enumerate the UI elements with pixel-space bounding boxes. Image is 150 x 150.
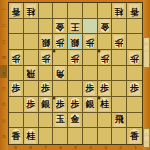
board-cell-6c[interactable]: 歩 (53, 34, 68, 50)
board-cell-4a[interactable] (83, 3, 98, 19)
board-cell-8d[interactable] (24, 50, 39, 66)
shogi-piece-gote-7d[interactable]: 歩 (40, 51, 52, 65)
board-cell-4i[interactable] (83, 128, 98, 144)
board-cell-5e[interactable] (68, 66, 83, 82)
shogi-piece-sente-3f[interactable]: 歩 (99, 82, 111, 96)
board-cell-6d[interactable] (53, 50, 68, 66)
shogi-piece-sente-7f[interactable]: 歩 (40, 82, 52, 96)
board-cell-7d[interactable]: 歩 (39, 50, 54, 66)
board-cell-3f[interactable]: 歩 (98, 81, 113, 97)
board-cell-2g[interactable] (112, 97, 127, 113)
board-cell-5f[interactable] (68, 81, 83, 97)
gote-komadai[interactable] (143, 37, 150, 68)
hand-piece[interactable] (144, 137, 149, 143)
rank-label: 一 (0, 2, 8, 18)
shogi-piece-sente-5h[interactable]: 金 (69, 113, 81, 127)
rank-label: 八 (0, 113, 8, 129)
board-cell-8a[interactable]: 桂 (24, 3, 39, 19)
hoshi-dot (53, 97, 56, 100)
board-cell-9d[interactable]: 歩 (9, 50, 24, 66)
board-cell-6b[interactable]: 金 (53, 19, 68, 35)
shogi-piece-sente-5g[interactable]: 歩 (69, 98, 81, 112)
shogi-piece-gote-6e[interactable]: 角 (54, 66, 66, 80)
board-cell-6g[interactable]: 歩 (53, 97, 68, 113)
file-label: 7 (38, 145, 53, 150)
board-cell-6f[interactable] (53, 81, 68, 97)
file-label: 2 (113, 145, 128, 150)
shogi-piece-gote-3d[interactable]: 歩 (99, 51, 111, 65)
shogi-piece-gote-1a[interactable]: 香 (128, 4, 141, 18)
shogi-piece-gote-8e[interactable]: 飛 (25, 66, 37, 80)
shogi-piece-sente-4g[interactable]: 銀 (84, 98, 96, 112)
board-cell-3h[interactable] (98, 113, 113, 129)
hoshi-dot (98, 49, 101, 52)
board-cell-7f[interactable]: 歩 (39, 81, 54, 97)
shogi-piece-gote-8a[interactable]: 桂 (25, 4, 37, 18)
board-cell-7c[interactable]: 銀 (39, 34, 54, 50)
board-cell-1e[interactable] (127, 66, 142, 82)
file-label: 3 (98, 145, 113, 150)
board-cell-2d[interactable] (112, 50, 127, 66)
shogi-piece-sente-1f[interactable]: 歩 (128, 82, 141, 96)
rank-label: 七 (0, 97, 8, 113)
board-cell-6h[interactable]: 玉 (53, 113, 68, 129)
shogi-piece-sente-8i[interactable]: 桂 (25, 129, 37, 144)
board-cell-7g[interactable]: 銀 (39, 97, 54, 113)
board-cell-3i[interactable] (98, 128, 113, 144)
shogi-piece-gote-3b[interactable]: 金 (99, 19, 111, 33)
shogi-piece-gote-1d[interactable]: 歩 (128, 51, 141, 65)
board-cell-5c[interactable]: 銀 (68, 34, 83, 50)
hand-piece[interactable] (144, 46, 149, 52)
shogi-piece-sente-7g[interactable]: 銀 (40, 98, 52, 112)
board-cell-7e[interactable] (39, 66, 54, 82)
board-cell-7h[interactable] (39, 113, 54, 129)
board-cell-5h[interactable]: 金 (68, 113, 83, 129)
shogi-piece-gote-2a[interactable]: 桂 (113, 4, 125, 18)
hand-piece[interactable] (144, 39, 149, 45)
shogi-piece-gote-9a[interactable]: 香 (10, 4, 22, 18)
board-cell-4g[interactable]: 銀 (83, 97, 98, 113)
shogi-piece-gote-9d[interactable]: 歩 (10, 51, 22, 65)
shogi-piece-gote-5b[interactable]: 王 (69, 19, 81, 33)
board-cell-8b[interactable] (24, 19, 39, 35)
board-cell-1d[interactable]: 歩 (127, 50, 142, 66)
shogi-board: 香桂桂香金王金銀歩銀歩歩歩歩歩歩歩飛角歩歩歩歩歩歩銀歩歩銀桂玉金飛香桂香 (8, 2, 143, 145)
board-cell-5d[interactable]: 歩 (68, 50, 83, 66)
board-cell-8h[interactable] (24, 113, 39, 129)
board-cell-3e[interactable] (98, 66, 113, 82)
board-cell-1c[interactable] (127, 34, 142, 50)
rank-label: 九 (0, 129, 8, 145)
board-cell-4e[interactable] (83, 66, 98, 82)
shogi-piece-sente-8g[interactable]: 歩 (25, 98, 37, 112)
board-cell-8e[interactable]: 飛 (24, 66, 39, 82)
board-cell-5i[interactable] (68, 128, 83, 144)
board-cell-9b[interactable] (9, 19, 24, 35)
board-cell-1a[interactable]: 香 (127, 3, 142, 19)
board-cell-3c[interactable] (98, 34, 113, 50)
sente-komadai[interactable] (143, 128, 150, 148)
board-cell-3b[interactable]: 金 (98, 19, 113, 35)
board-cell-8g[interactable]: 歩 (24, 97, 39, 113)
board-cell-3a[interactable] (98, 3, 113, 19)
board-cell-2b[interactable] (112, 19, 127, 35)
shogi-piece-sente-9f[interactable]: 歩 (10, 82, 22, 96)
board-cell-4b[interactable] (83, 19, 98, 35)
file-label: 4 (83, 145, 98, 150)
shogi-app: { "game": "shogi", "board": { "files_lab… (0, 0, 150, 150)
shogi-piece-gote-7c[interactable]: 銀 (40, 35, 52, 49)
shogi-piece-sente-3g[interactable]: 桂 (99, 98, 111, 112)
board-cell-1b[interactable] (127, 19, 142, 35)
board-cell-1g[interactable] (127, 97, 142, 113)
rank-label: 五 (0, 66, 8, 82)
board-cell-6e[interactable]: 角 (53, 66, 68, 82)
board-cell-1h[interactable] (127, 113, 142, 129)
board-cell-7i[interactable] (39, 128, 54, 144)
file-labels: 987654321 (8, 145, 143, 150)
board-cell-9c[interactable] (9, 34, 24, 50)
shogi-piece-sente-9i[interactable]: 香 (10, 129, 22, 144)
board-cell-7a[interactable] (39, 3, 54, 19)
board-cell-5g[interactable]: 歩 (68, 97, 83, 113)
shogi-piece-sente-6g[interactable]: 歩 (54, 98, 66, 112)
rank-label: 二 (0, 18, 8, 34)
board-cell-7b[interactable] (39, 19, 54, 35)
shogi-piece-gote-5d[interactable]: 歩 (69, 51, 81, 65)
board-cell-4c[interactable]: 歩 (83, 34, 98, 50)
board-cell-1i[interactable]: 香 (127, 128, 142, 144)
file-label: 6 (53, 145, 68, 150)
board-cell-6i[interactable] (53, 128, 68, 144)
shogi-piece-sente-6h[interactable]: 玉 (54, 113, 66, 127)
hoshi-dot (53, 49, 56, 52)
hoshi-dot (98, 97, 101, 100)
board-cell-2f[interactable] (112, 81, 127, 97)
shogi-piece-sente-1i[interactable]: 香 (128, 129, 141, 144)
board-cell-9g[interactable] (9, 97, 24, 113)
board-cell-4f[interactable]: 歩 (83, 81, 98, 97)
rank-label: 六 (0, 81, 8, 97)
board-cell-9a[interactable]: 香 (9, 3, 24, 19)
board-cell-8c[interactable] (24, 34, 39, 50)
shogi-piece-gote-6c[interactable]: 歩 (54, 35, 66, 49)
board-cell-8i[interactable]: 桂 (24, 128, 39, 144)
board-cell-2e[interactable] (112, 66, 127, 82)
board-cell-4h[interactable] (83, 113, 98, 129)
shogi-piece-gote-5c[interactable]: 銀 (69, 35, 81, 49)
file-label: 1 (128, 145, 143, 150)
board-cell-2i[interactable] (112, 128, 127, 144)
rank-labels: 一二三四五六七八九 (0, 2, 8, 145)
board-cell-6a[interactable] (53, 3, 68, 19)
board-cell-9f[interactable]: 歩 (9, 81, 24, 97)
shogi-piece-gote-4c[interactable]: 歩 (84, 35, 96, 49)
board-cell-9e[interactable] (9, 66, 24, 82)
board-cell-8f[interactable] (24, 81, 39, 97)
board-cell-3d[interactable]: 歩 (98, 50, 113, 66)
rank-label: 三 (0, 34, 8, 50)
shogi-piece-sente-4f[interactable]: 歩 (84, 82, 96, 96)
rank-label: 四 (0, 50, 8, 66)
file-label: 5 (68, 145, 83, 150)
board-cell-2c[interactable]: 歩 (112, 34, 127, 50)
shogi-piece-sente-2h[interactable]: 飛 (113, 113, 125, 127)
board-cell-2h[interactable]: 飛 (112, 113, 127, 129)
board-cell-5b[interactable]: 王 (68, 19, 83, 35)
board-cell-1f[interactable]: 歩 (127, 81, 142, 97)
shogi-piece-gote-6b[interactable]: 金 (54, 19, 66, 33)
board-cell-5a[interactable] (68, 3, 83, 19)
file-label: 8 (23, 145, 38, 150)
board-cell-9h[interactable] (9, 113, 24, 129)
board-cell-4d[interactable] (83, 50, 98, 66)
file-label: 9 (8, 145, 23, 150)
board-cell-9i[interactable]: 香 (9, 128, 24, 144)
hand-piece[interactable] (144, 130, 149, 136)
board-cell-2a[interactable]: 桂 (112, 3, 127, 19)
shogi-piece-gote-2c[interactable]: 歩 (113, 35, 125, 49)
